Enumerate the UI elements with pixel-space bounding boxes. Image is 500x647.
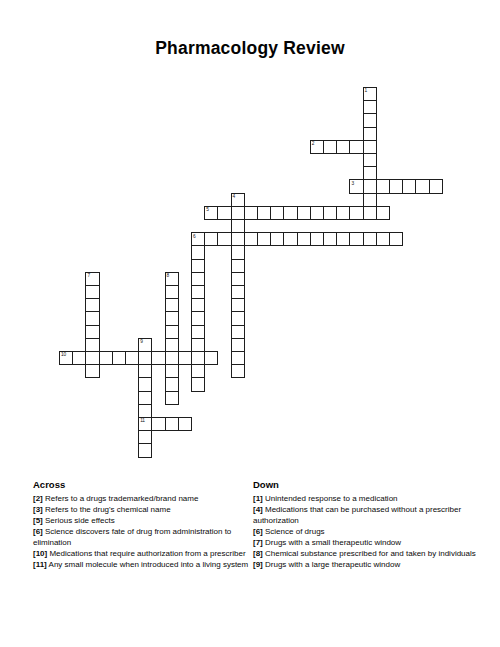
grid-cell (323, 232, 337, 246)
grid-cell (231, 259, 245, 273)
grid-cell (376, 232, 390, 246)
grid-cell (85, 298, 99, 312)
grid-cell (217, 232, 231, 246)
clue-item: [10] Medications that require authorizat… (33, 548, 255, 559)
grid-cell (363, 153, 377, 167)
clue-number: 4 (233, 194, 235, 199)
clue-number: 5 (206, 207, 208, 212)
grid-cell (85, 311, 99, 325)
grid-cell (415, 179, 429, 193)
grid-cell (165, 364, 179, 378)
grid-cell (336, 206, 350, 220)
grid-cell (138, 351, 152, 365)
grid-cell (231, 298, 245, 312)
grid-cell (191, 298, 205, 312)
grid-cell (376, 179, 390, 193)
grid-cell (283, 232, 297, 246)
clue-item: [6] Science discovers fate of drug from … (33, 526, 255, 548)
clue-item: [9] Drugs with a large therapeutic windo… (253, 559, 477, 570)
grid-cell (191, 351, 205, 365)
grid-cell (138, 364, 152, 378)
grid-cell (191, 311, 205, 325)
grid-cell (231, 364, 245, 378)
grid-cell (85, 325, 99, 339)
grid-cell (165, 391, 179, 405)
grid-cell (270, 232, 284, 246)
across-clue-list: [2] Refers to a drugs trademarked/brand … (33, 493, 255, 570)
grid-cell (151, 417, 165, 431)
clue-number: 9 (140, 339, 142, 344)
grid-cell: 2 (310, 140, 324, 154)
grid-cell (257, 206, 271, 220)
grid-cell (151, 351, 165, 365)
grid-cell (165, 338, 179, 352)
grid-cell: 5 (204, 206, 218, 220)
grid-cell (165, 325, 179, 339)
grid-cell (138, 443, 152, 457)
grid-cell (231, 351, 245, 365)
grid-cell (231, 325, 245, 339)
grid-cell (389, 179, 403, 193)
grid-cell (389, 232, 403, 246)
grid-cell (363, 179, 377, 193)
grid-cell (231, 285, 245, 299)
grid-cell (191, 259, 205, 273)
grid-cell (125, 351, 139, 365)
grid-cell (165, 311, 179, 325)
grid-cell (191, 245, 205, 259)
across-header: Across (33, 479, 255, 490)
grid-cell: 6 (191, 232, 205, 246)
grid-cell (99, 351, 113, 365)
across-clues-section: Across [2] Refers to a drugs trademarked… (33, 479, 255, 570)
clue-number: 2 (312, 141, 314, 146)
grid-cell (85, 351, 99, 365)
clue-number: 8 (167, 273, 169, 278)
grid-cell (336, 232, 350, 246)
down-clue-list: [1] Unintended response to a medication[… (253, 493, 477, 570)
grid-cell (323, 140, 337, 154)
grid-cell: 7 (85, 272, 99, 286)
grid-cell (85, 338, 99, 352)
grid-cell (323, 206, 337, 220)
grid-cell (231, 232, 245, 246)
grid-cell (336, 140, 350, 154)
grid-cell (231, 311, 245, 325)
page-title: Pharmacology Review (0, 38, 500, 59)
down-clues-section: Down [1] Unintended response to a medica… (253, 479, 477, 570)
clue-item: [4] Medications that can be purchased wi… (253, 504, 477, 526)
grid-cell (231, 338, 245, 352)
grid-cell (191, 377, 205, 391)
grid-cell (204, 232, 218, 246)
grid-cell (349, 206, 363, 220)
clue-number: 3 (351, 181, 353, 186)
grid-cell (257, 232, 271, 246)
grid-cell (231, 245, 245, 259)
clue-item: [5] Serious side effects (33, 515, 255, 526)
clue-item: [6] Science of drugs (253, 526, 477, 537)
grid-cell (244, 206, 258, 220)
grid-cell (191, 285, 205, 299)
grid-cell (138, 377, 152, 391)
grid-cell (191, 338, 205, 352)
grid-cell (363, 127, 377, 141)
grid-cell (376, 206, 390, 220)
grid-cell (297, 232, 311, 246)
grid-cell (231, 219, 245, 233)
grid-cell (363, 232, 377, 246)
grid-cell (165, 298, 179, 312)
grid-cell (85, 364, 99, 378)
grid-cell (165, 351, 179, 365)
grid-cell (349, 232, 363, 246)
clue-item: [3] Refers to the drug's chemical name (33, 504, 255, 515)
grid-cell (138, 391, 152, 405)
grid-cell (204, 351, 218, 365)
grid-cell: 3 (349, 179, 363, 193)
grid-cell: 9 (138, 338, 152, 352)
grid-cell (363, 140, 377, 154)
grid-cell (85, 285, 99, 299)
clue-number: 7 (87, 273, 89, 278)
grid-cell (178, 417, 192, 431)
grid-cell (363, 113, 377, 127)
grid-cell: 10 (59, 351, 73, 365)
clue-number: 1 (365, 88, 367, 93)
grid-cell (363, 100, 377, 114)
clue-item: [2] Refers to a drugs trademarked/brand … (33, 493, 255, 504)
grid-cell (72, 351, 86, 365)
grid-cell (112, 351, 126, 365)
grid-cell: 8 (165, 272, 179, 286)
grid-cell (402, 179, 416, 193)
grid-cell (191, 364, 205, 378)
grid-cell (244, 232, 258, 246)
clue-number: 10 (61, 352, 66, 357)
grid-cell (429, 179, 443, 193)
grid-cell (165, 285, 179, 299)
grid-cell (165, 377, 179, 391)
grid-cell (138, 404, 152, 418)
grid-cell (178, 351, 192, 365)
grid-cell (283, 206, 297, 220)
grid-cell: 1 (363, 87, 377, 101)
down-header: Down (253, 479, 477, 490)
grid-cell (363, 166, 377, 180)
clue-item: [11] Any small molecule when introduced … (33, 559, 255, 570)
clue-number: 11 (140, 418, 145, 423)
grid-cell (270, 206, 284, 220)
grid-cell (191, 325, 205, 339)
grid-cell (310, 232, 324, 246)
grid-cell (191, 272, 205, 286)
grid-cell (231, 272, 245, 286)
grid-cell: 4 (231, 193, 245, 207)
grid-cell (297, 206, 311, 220)
grid-cell (138, 430, 152, 444)
grid-cell (217, 206, 231, 220)
grid-cell (310, 206, 324, 220)
clue-item: [1] Unintended response to a medication (253, 493, 477, 504)
clue-item: [8] Chemical substance prescribed for an… (253, 548, 477, 559)
grid-cell: 11 (138, 417, 152, 431)
clue-item: [7] Drugs with a small therapeutic windo… (253, 537, 477, 548)
grid-cell (363, 193, 377, 207)
grid-cell (165, 417, 179, 431)
clue-number: 6 (193, 234, 195, 239)
grid-cell (349, 140, 363, 154)
grid-cell (231, 206, 245, 220)
grid-cell (363, 206, 377, 220)
